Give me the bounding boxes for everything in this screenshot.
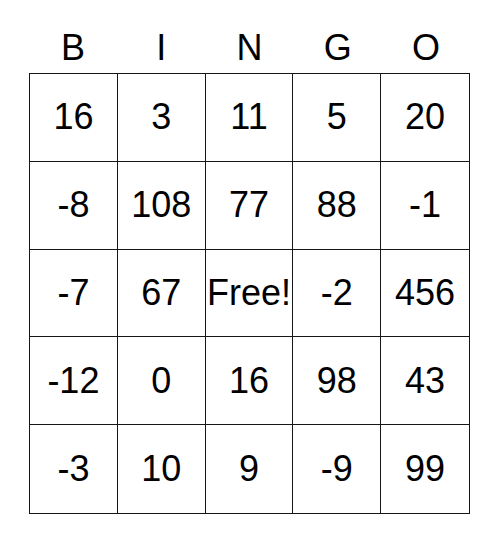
bingo-cell-r1c2[interactable]: 3 <box>118 74 206 162</box>
bingo-cell-r5c1[interactable]: -3 <box>30 425 118 513</box>
bingo-cell-r4c5[interactable]: 43 <box>381 337 469 425</box>
bingo-cell-r2c5[interactable]: -1 <box>381 162 469 250</box>
header-letter-n: N <box>205 0 293 73</box>
bingo-cell-r5c5[interactable]: 99 <box>381 425 469 513</box>
bingo-cell-r3c5[interactable]: 456 <box>381 250 469 338</box>
bingo-cell-r3c4[interactable]: -2 <box>293 250 381 338</box>
bingo-cell-r5c2[interactable]: 10 <box>118 425 206 513</box>
bingo-grid: 16311520-81087788-1-767Free!-2456-120169… <box>29 73 470 514</box>
bingo-cell-r4c1[interactable]: -12 <box>30 337 118 425</box>
bingo-cell-r3c1[interactable]: -7 <box>30 250 118 338</box>
bingo-cell-r4c3[interactable]: 16 <box>206 337 294 425</box>
bingo-cell-r1c5[interactable]: 20 <box>381 74 469 162</box>
bingo-cell-r2c4[interactable]: 88 <box>293 162 381 250</box>
header-letter-g: G <box>294 0 382 73</box>
free-cell[interactable]: Free! <box>206 250 294 338</box>
header-letter-i: I <box>117 0 205 73</box>
bingo-cell-r1c1[interactable]: 16 <box>30 74 118 162</box>
bingo-cell-r5c4[interactable]: -9 <box>293 425 381 513</box>
bingo-cell-r2c2[interactable]: 108 <box>118 162 206 250</box>
header-letter-o: O <box>382 0 470 73</box>
bingo-cell-r1c3[interactable]: 11 <box>206 74 294 162</box>
bingo-cell-r4c4[interactable]: 98 <box>293 337 381 425</box>
bingo-cell-r4c2[interactable]: 0 <box>118 337 206 425</box>
bingo-cell-r5c3[interactable]: 9 <box>206 425 294 513</box>
bingo-cell-r1c4[interactable]: 5 <box>293 74 381 162</box>
bingo-header-row: B I N G O <box>29 0 470 73</box>
bingo-cell-r2c3[interactable]: 77 <box>206 162 294 250</box>
bingo-cell-r3c2[interactable]: 67 <box>118 250 206 338</box>
header-letter-b: B <box>29 0 117 73</box>
bingo-card: B I N G O 16311520-81087788-1-767Free!-2… <box>0 0 500 544</box>
bingo-cell-r2c1[interactable]: -8 <box>30 162 118 250</box>
